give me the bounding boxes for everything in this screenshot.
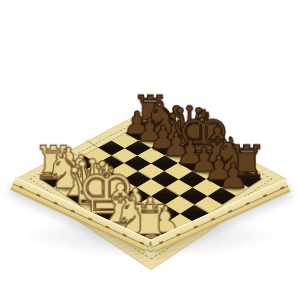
chess-board: ♜♞♝♛♚♝♞♜♟♟♟♟♟♟♟♟♟♟♟♟♟♟♟♟♜♞♝♛♚♝♞♜ (15, 107, 287, 270)
piece-black-pawn-h7[interactable]: ♟ (218, 158, 249, 192)
chess-set-photo: ♜♞♝♛♚♝♞♜♟♟♟♟♟♟♟♟♟♟♟♟♟♟♟♟♜♞♝♛♚♝♞♜ (0, 0, 300, 300)
scene: ♜♞♝♛♚♝♞♜♟♟♟♟♟♟♟♟♟♟♟♟♟♟♟♟♜♞♝♛♚♝♞♜ (0, 0, 300, 300)
board-grid: ♜♞♝♛♚♝♞♜♟♟♟♟♟♟♟♟♟♟♟♟♟♟♟♟♜♞♝♛♚♝♞♜ (41, 119, 262, 251)
square-h7[interactable]: ♟ (221, 179, 249, 196)
